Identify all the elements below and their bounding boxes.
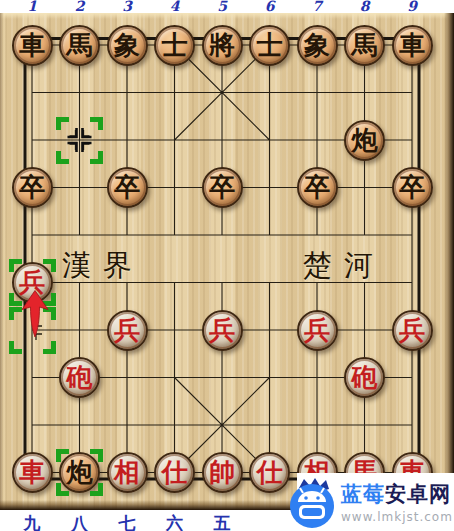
top-coordinate-label: 5 — [217, 0, 227, 14]
piece-red-soldier[interactable]: 兵 — [202, 310, 243, 351]
piece-red-cannon[interactable]: 砲 — [344, 357, 385, 398]
piece-black-chariot[interactable]: 車 — [12, 25, 53, 66]
bottom-coordinate-label: 五 — [214, 512, 231, 531]
top-coordinate-label: 2 — [75, 0, 85, 14]
river-text-hanjie: 漢界 — [62, 246, 144, 286]
piece-red-general[interactable]: 帥 — [202, 452, 243, 493]
piece-red-soldier[interactable]: 兵 — [392, 310, 433, 351]
piece-black-soldier[interactable]: 卒 — [12, 167, 53, 208]
top-coordinate-label: 1 — [27, 0, 37, 14]
watermark-url: www.lmkjst.com — [341, 510, 454, 524]
piece-black-general[interactable]: 將 — [202, 25, 243, 66]
piece-black-cannon[interactable]: 炮 — [59, 452, 100, 493]
watermark-name-blue: 蓝莓 — [341, 482, 385, 506]
piece-red-soldier[interactable]: 兵 — [107, 310, 148, 351]
watermark-name-dark: 安卓网 — [385, 482, 451, 506]
top-coordinate-label: 9 — [407, 0, 417, 14]
top-coordinate-label: 4 — [170, 0, 180, 14]
top-coordinate-label: 7 — [312, 0, 322, 14]
piece-black-soldier[interactable]: 卒 — [392, 167, 433, 208]
bottom-coordinate-label: 八 — [71, 512, 88, 531]
piece-red-soldier[interactable]: 兵 — [12, 262, 53, 303]
blueberry-android-logo-icon — [285, 476, 339, 530]
top-coordinate-label: 8 — [360, 0, 370, 14]
piece-black-chariot[interactable]: 車 — [392, 25, 433, 66]
piece-black-soldier[interactable]: 卒 — [202, 167, 243, 208]
piece-red-advisor[interactable]: 仕 — [249, 452, 290, 493]
piece-red-soldier[interactable]: 兵 — [297, 310, 338, 351]
board-bevel-left — [0, 13, 7, 510]
board-bevel-right — [444, 13, 454, 510]
bottom-coordinate-label: 七 — [119, 512, 136, 531]
bottom-coordinate-label: 九 — [24, 512, 41, 531]
piece-black-elephant[interactable]: 象 — [297, 25, 338, 66]
top-coordinate-label: 6 — [265, 0, 275, 14]
top-coordinates: 123456789 — [0, 0, 454, 13]
piece-black-advisor[interactable]: 士 — [154, 25, 195, 66]
piece-red-advisor[interactable]: 仕 — [154, 452, 195, 493]
watermark-site-name: 蓝莓安卓网 — [341, 480, 454, 508]
piece-black-horse[interactable]: 馬 — [344, 25, 385, 66]
piece-red-elephant[interactable]: 相 — [107, 452, 148, 493]
xiangqi-app-screen: 123456789 九八七六五 漢界 楚河 車馬象士將士象馬車炮卒卒卒卒卒兵兵兵… — [0, 0, 454, 531]
river-text-chuhe: 楚河 — [303, 246, 385, 286]
piece-black-soldier[interactable]: 卒 — [107, 167, 148, 208]
piece-red-chariot[interactable]: 車 — [12, 452, 53, 493]
piece-black-horse[interactable]: 馬 — [59, 25, 100, 66]
piece-black-soldier[interactable]: 卒 — [297, 167, 338, 208]
piece-black-advisor[interactable]: 士 — [249, 25, 290, 66]
site-watermark: 蓝莓安卓网 www.lmkjst.com — [297, 473, 454, 531]
piece-black-cannon[interactable]: 炮 — [344, 120, 385, 161]
top-coordinate-label: 3 — [122, 0, 132, 14]
piece-black-elephant[interactable]: 象 — [107, 25, 148, 66]
bottom-coordinate-label: 六 — [166, 512, 183, 531]
piece-red-cannon[interactable]: 砲 — [59, 357, 100, 398]
